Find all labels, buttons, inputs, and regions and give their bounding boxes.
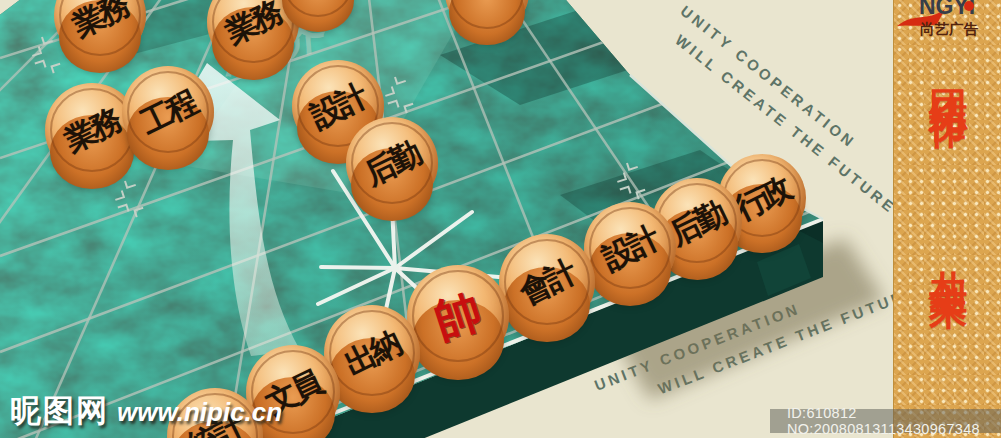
stock-id-bar: ID:610812 NO:20080813113430967348 — [770, 409, 1001, 433]
company-logo: NGYI 尚艺广告 — [893, 0, 1001, 48]
gold-sidebar: 团结协作 共创未来 — [893, 0, 1001, 438]
piece-sheji-2[interactable]: 設計 — [584, 202, 676, 294]
site-watermark[interactable]: 昵图网www.nipic.cn — [10, 390, 282, 432]
board-illustration: 漢 界 — [0, 0, 1001, 438]
piece-gongcheng[interactable]: 工程 — [122, 66, 214, 158]
watermark-site-name: 昵图网 — [10, 393, 109, 428]
watermark-url: www.nipic.cn — [117, 397, 282, 427]
logo-company-name: 尚艺广告 — [920, 21, 979, 37]
piece-yewu-1[interactable]: 業務 — [54, 0, 146, 61]
poster: UNITY COOPERATION WILL CREATE THE FUTURE… — [0, 0, 1001, 438]
piece-edge-1[interactable] — [278, 0, 358, 22]
sidebar-slogan-future: 共创未来 — [922, 240, 973, 268]
sidebar-slogan-unity: 团结协作 — [922, 60, 973, 88]
piece-shuai-marshal[interactable]: 帥 — [407, 265, 509, 367]
piece-kuaiji[interactable]: 會計 — [499, 234, 595, 330]
logo-dot-icon — [964, 1, 974, 11]
stock-id-text: ID:610812 NO:20080813113430967348 — [787, 405, 1001, 437]
piece-edge-2[interactable] — [445, 0, 529, 34]
piece-houqin-1[interactable]: 后勤 — [346, 117, 438, 209]
